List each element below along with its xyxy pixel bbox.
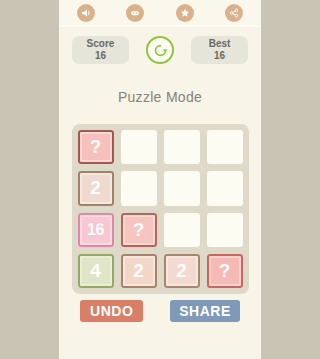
share-icon[interactable] bbox=[225, 4, 243, 22]
page-title: Puzzle Mode bbox=[59, 89, 261, 105]
tile-2: 2 bbox=[121, 254, 157, 288]
best-value: 16 bbox=[214, 50, 225, 62]
games-icon[interactable] bbox=[126, 4, 144, 22]
board-cell: ? bbox=[207, 254, 243, 288]
board-cell: 2 bbox=[121, 254, 157, 288]
scoreboard: Score 16 Best 16 bbox=[59, 36, 261, 64]
board-cell bbox=[164, 171, 200, 205]
board-cell: ? bbox=[121, 213, 157, 247]
best-label: Best bbox=[209, 38, 231, 50]
score-label: Score bbox=[87, 38, 115, 50]
tile-2: 2 bbox=[164, 254, 200, 288]
board-cell bbox=[164, 213, 200, 247]
board-cell: 16 bbox=[78, 213, 114, 247]
share-button[interactable]: SHARE bbox=[170, 300, 240, 322]
tile-question: ? bbox=[121, 213, 157, 247]
tile-question: ? bbox=[78, 130, 114, 164]
sound-icon[interactable] bbox=[77, 4, 95, 22]
tile-4: 4 bbox=[78, 254, 114, 288]
tile-2: 2 bbox=[78, 171, 114, 205]
board-cell bbox=[207, 130, 243, 164]
action-bar: UNDO SHARE bbox=[59, 300, 261, 322]
tile-question: ? bbox=[207, 254, 243, 288]
board-cell: 2 bbox=[78, 171, 114, 205]
board-cell: 2 bbox=[164, 254, 200, 288]
undo-button[interactable]: UNDO bbox=[80, 300, 143, 322]
board-cell bbox=[121, 171, 157, 205]
restart-icon bbox=[152, 42, 169, 59]
board-cell bbox=[207, 171, 243, 205]
board-cell: 4 bbox=[78, 254, 114, 288]
board-cell: ? bbox=[78, 130, 114, 164]
best-box: Best 16 bbox=[191, 36, 248, 64]
app-screen: Score 16 Best 16 Puzzle Mode ?216?422? U… bbox=[59, 0, 261, 359]
star-icon[interactable] bbox=[176, 4, 194, 22]
tile-16: 16 bbox=[78, 213, 114, 247]
top-bar bbox=[59, 0, 261, 27]
score-value: 16 bbox=[95, 50, 106, 62]
board-cell bbox=[121, 130, 157, 164]
board-cell bbox=[207, 213, 243, 247]
board-cell bbox=[164, 130, 200, 164]
restart-button[interactable] bbox=[146, 36, 174, 64]
game-board[interactable]: ?216?422? bbox=[72, 124, 249, 294]
score-box: Score 16 bbox=[72, 36, 129, 64]
